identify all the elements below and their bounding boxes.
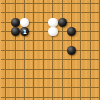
board-intersection[interactable] <box>95 55 100 64</box>
board-intersection[interactable] <box>58 74 67 83</box>
board-intersection[interactable] <box>39 18 48 27</box>
board-intersection[interactable] <box>29 93 38 100</box>
board-intersection[interactable] <box>48 74 57 83</box>
board-intersection[interactable] <box>39 83 48 92</box>
board-intersection[interactable] <box>1 18 10 27</box>
board-intersection[interactable] <box>58 8 67 17</box>
go-board-screenshot: 1 <box>0 0 100 100</box>
board-intersection[interactable] <box>11 46 20 55</box>
board-intersection[interactable] <box>11 36 20 45</box>
board-intersection[interactable] <box>86 74 95 83</box>
board-intersection[interactable] <box>86 65 95 74</box>
board-intersection[interactable] <box>1 65 10 74</box>
board-intersection[interactable] <box>29 83 38 92</box>
board-intersection[interactable] <box>95 18 100 27</box>
board-intersection[interactable] <box>39 27 48 36</box>
board-intersection[interactable] <box>86 18 95 27</box>
board-intersection[interactable] <box>48 46 57 55</box>
board-intersection[interactable] <box>86 36 95 45</box>
board-intersection[interactable] <box>1 27 10 36</box>
board-intersection[interactable] <box>86 8 95 17</box>
white-stone <box>48 18 57 27</box>
board-intersection[interactable] <box>11 93 20 100</box>
board-intersection[interactable] <box>48 83 57 92</box>
board-intersection[interactable] <box>48 93 57 100</box>
board-intersection[interactable] <box>29 0 38 8</box>
board-intersection[interactable] <box>29 8 38 17</box>
board-intersection[interactable] <box>86 46 95 55</box>
board-intersection[interactable] <box>76 55 85 64</box>
board-intersection[interactable] <box>39 36 48 45</box>
board-intersection[interactable] <box>20 36 29 45</box>
board-intersection[interactable] <box>58 55 67 64</box>
board-intersection[interactable] <box>11 74 20 83</box>
board-intersection[interactable] <box>20 74 29 83</box>
board-intersection[interactable] <box>67 18 76 27</box>
board-intersection[interactable] <box>20 8 29 17</box>
board-intersection[interactable] <box>76 65 85 74</box>
board-intersection[interactable] <box>58 0 67 8</box>
board-intersection[interactable] <box>58 36 67 45</box>
board-intersection[interactable] <box>20 0 29 8</box>
board-intersection[interactable] <box>29 74 38 83</box>
board-intersection[interactable] <box>20 93 29 100</box>
board-intersection[interactable] <box>39 8 48 17</box>
board-intersection[interactable] <box>39 46 48 55</box>
board-intersection[interactable] <box>11 55 20 64</box>
board-intersection[interactable] <box>20 46 29 55</box>
board-intersection[interactable] <box>48 8 57 17</box>
board-intersection[interactable] <box>67 55 76 64</box>
board-intersection[interactable] <box>95 8 100 17</box>
board-intersection[interactable] <box>58 83 67 92</box>
board-intersection[interactable] <box>95 46 100 55</box>
board-intersection[interactable] <box>1 46 10 55</box>
white-stone <box>48 27 57 36</box>
board-intersection[interactable] <box>48 36 57 45</box>
board-intersection[interactable] <box>95 0 100 8</box>
board-intersection[interactable] <box>76 36 85 45</box>
board-intersection[interactable] <box>95 27 100 36</box>
board-intersection[interactable] <box>11 83 20 92</box>
board-intersection[interactable] <box>76 83 85 92</box>
board-intersection[interactable] <box>1 0 10 8</box>
board-intersection[interactable] <box>29 55 38 64</box>
board-intersection[interactable] <box>29 18 38 27</box>
board-intersection[interactable] <box>67 36 76 45</box>
board-intersection[interactable] <box>67 65 76 74</box>
board-intersection[interactable] <box>11 65 20 74</box>
board-intersection[interactable] <box>58 93 67 100</box>
board-intersection[interactable] <box>86 55 95 64</box>
board-intersection[interactable] <box>67 8 76 17</box>
board-intersection[interactable] <box>76 74 85 83</box>
board-intersection[interactable] <box>29 65 38 74</box>
board-intersection[interactable] <box>1 83 10 92</box>
board-intersection[interactable] <box>67 74 76 83</box>
board-intersection[interactable] <box>95 36 100 45</box>
board-intersection[interactable] <box>95 93 100 100</box>
board-intersection[interactable] <box>58 46 67 55</box>
board-intersection[interactable] <box>67 93 76 100</box>
go-board[interactable]: 1 <box>1 0 100 100</box>
board-intersection[interactable] <box>29 27 38 36</box>
board-intersection[interactable] <box>76 8 85 17</box>
move-number-label: 1 <box>23 28 27 34</box>
board-intersection[interactable] <box>58 27 67 36</box>
board-intersection[interactable] <box>76 27 85 36</box>
board-intersection[interactable] <box>48 65 57 74</box>
board-intersection[interactable] <box>1 36 10 45</box>
board-intersection[interactable] <box>39 65 48 74</box>
board-intersection[interactable] <box>1 93 10 100</box>
board-intersection[interactable] <box>95 83 100 92</box>
board-intersection[interactable] <box>95 65 100 74</box>
board-intersection[interactable] <box>20 65 29 74</box>
board-intersection[interactable] <box>11 8 20 17</box>
board-intersection[interactable] <box>39 74 48 83</box>
board-intersection[interactable] <box>39 55 48 64</box>
board-intersection[interactable] <box>20 55 29 64</box>
board-intersection[interactable] <box>76 46 85 55</box>
board-intersection[interactable] <box>86 27 95 36</box>
board-intersection[interactable] <box>11 0 20 8</box>
board-intersection[interactable] <box>86 0 95 8</box>
board-intersection[interactable] <box>48 55 57 64</box>
board-intersection[interactable] <box>48 0 57 8</box>
board-intersection[interactable] <box>1 74 10 83</box>
board-intersection[interactable] <box>29 46 38 55</box>
black-stone <box>58 18 67 27</box>
board-intersection[interactable] <box>39 93 48 100</box>
board-intersection[interactable] <box>67 83 76 92</box>
board-intersection[interactable] <box>58 65 67 74</box>
board-intersection[interactable] <box>67 0 76 8</box>
board-intersection[interactable] <box>76 0 85 8</box>
black-stone <box>11 18 20 27</box>
board-intersection[interactable] <box>29 36 38 45</box>
board-intersection[interactable] <box>1 8 10 17</box>
board-intersection[interactable] <box>76 93 85 100</box>
board-intersection[interactable] <box>86 83 95 92</box>
board-intersection[interactable] <box>76 18 85 27</box>
board-intersection[interactable] <box>86 93 95 100</box>
board-intersection[interactable] <box>95 74 100 83</box>
board-intersection[interactable] <box>20 83 29 92</box>
board-intersection[interactable] <box>39 0 48 8</box>
board-intersection[interactable] <box>1 55 10 64</box>
